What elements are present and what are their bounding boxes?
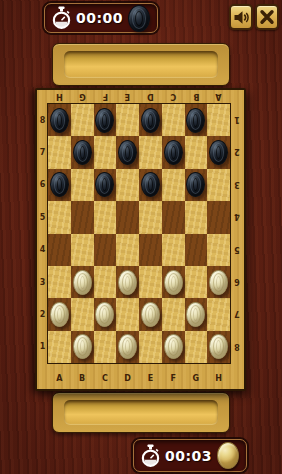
top-player-timer: 00:00 xyxy=(76,10,123,26)
light-piece-f3[interactable] xyxy=(164,270,183,295)
checkers-game-screen: 00:00 HGFEDCBA ABCDEFGH 87654321 1234567… xyxy=(0,0,282,474)
square-e7[interactable] xyxy=(139,136,162,168)
square-e1[interactable] xyxy=(139,331,162,363)
file-label: G xyxy=(71,90,94,103)
dark-piece-f7[interactable] xyxy=(164,140,183,165)
square-d8[interactable] xyxy=(116,104,139,136)
piece-ring xyxy=(57,114,62,127)
dark-piece-e6[interactable] xyxy=(141,172,160,197)
rank-labels-right: 12345678 xyxy=(230,104,244,363)
square-g2[interactable] xyxy=(185,298,208,330)
square-h5[interactable] xyxy=(207,201,230,233)
dark-piece-e8[interactable] xyxy=(141,108,160,133)
file-label: F xyxy=(94,90,117,103)
square-g3[interactable] xyxy=(185,266,208,298)
square-b8[interactable] xyxy=(71,104,94,136)
square-e3[interactable] xyxy=(139,266,162,298)
rank-label: 8 xyxy=(37,104,48,136)
dark-piece-a6[interactable] xyxy=(50,172,69,197)
square-b1[interactable] xyxy=(71,331,94,363)
rank-labels-left: 87654321 xyxy=(37,104,48,363)
file-label: A xyxy=(207,90,230,103)
square-c3[interactable] xyxy=(94,266,117,298)
piece-ring xyxy=(80,276,85,289)
square-a1[interactable] xyxy=(48,331,71,363)
square-b4[interactable] xyxy=(71,234,94,266)
square-g8[interactable] xyxy=(185,104,208,136)
dark-piece-g8[interactable] xyxy=(186,108,205,133)
square-e2[interactable] xyxy=(139,298,162,330)
rank-label: 4 xyxy=(230,201,244,233)
bottom-player-piece-indicator xyxy=(217,442,239,469)
piece-ring xyxy=(125,276,130,289)
piece-ring xyxy=(171,276,176,289)
square-f5[interactable] xyxy=(162,201,185,233)
square-a2[interactable] xyxy=(48,298,71,330)
square-g5[interactable] xyxy=(185,201,208,233)
rank-label: 5 xyxy=(230,234,244,266)
piece-ring xyxy=(80,340,85,353)
file-label: D xyxy=(116,368,139,389)
file-labels-top: HGFEDCBA xyxy=(48,90,230,103)
piece-ring xyxy=(224,448,232,463)
dark-piece-c8[interactable] xyxy=(95,108,114,133)
square-b5[interactable] xyxy=(71,201,94,233)
file-label: F xyxy=(162,368,185,389)
square-d3[interactable] xyxy=(116,266,139,298)
square-e5[interactable] xyxy=(139,201,162,233)
piece-ring xyxy=(57,308,62,321)
square-g7[interactable] xyxy=(185,136,208,168)
square-b7[interactable] xyxy=(71,136,94,168)
board-grid xyxy=(48,104,230,363)
stopwatch-icon xyxy=(141,444,160,468)
file-label: H xyxy=(207,368,230,389)
square-d6[interactable] xyxy=(116,169,139,201)
square-g1[interactable] xyxy=(185,331,208,363)
square-e6[interactable] xyxy=(139,169,162,201)
sound-button[interactable] xyxy=(229,4,253,30)
rank-label: 5 xyxy=(37,201,48,233)
dark-piece-d7[interactable] xyxy=(118,140,137,165)
square-c8[interactable] xyxy=(94,104,117,136)
dark-piece-h7[interactable] xyxy=(209,140,228,165)
top-player-piece-indicator xyxy=(128,5,150,32)
light-piece-c2[interactable] xyxy=(95,302,114,327)
piece-ring xyxy=(171,146,176,159)
square-a6[interactable] xyxy=(48,169,71,201)
piece-ring xyxy=(171,340,176,353)
bottom-player-timer: 00:03 xyxy=(165,448,212,464)
rank-label: 3 xyxy=(37,266,48,298)
square-h3[interactable] xyxy=(207,266,230,298)
rank-label: 2 xyxy=(37,298,48,330)
square-h1[interactable] xyxy=(207,331,230,363)
light-piece-h1[interactable] xyxy=(209,334,228,359)
file-label: D xyxy=(139,90,162,103)
light-piece-g2[interactable] xyxy=(186,302,205,327)
square-f7[interactable] xyxy=(162,136,185,168)
square-h2[interactable] xyxy=(207,298,230,330)
square-c6[interactable] xyxy=(94,169,117,201)
square-a7[interactable] xyxy=(48,136,71,168)
light-piece-a2[interactable] xyxy=(50,302,69,327)
square-e4[interactable] xyxy=(139,234,162,266)
square-g4[interactable] xyxy=(185,234,208,266)
rank-label: 7 xyxy=(230,298,244,330)
square-d1[interactable] xyxy=(116,331,139,363)
file-label: C xyxy=(162,90,185,103)
file-label: G xyxy=(185,368,208,389)
speaker-icon xyxy=(233,9,250,26)
rank-label: 8 xyxy=(230,331,244,363)
square-b6[interactable] xyxy=(71,169,94,201)
bottom-player-panel: 00:03 xyxy=(133,439,247,472)
rank-label: 1 xyxy=(230,104,244,136)
square-a4[interactable] xyxy=(48,234,71,266)
square-d7[interactable] xyxy=(116,136,139,168)
rank-label: 6 xyxy=(230,266,244,298)
file-label: H xyxy=(48,90,71,103)
square-d5[interactable] xyxy=(116,201,139,233)
rank-label: 3 xyxy=(230,169,244,201)
square-a8[interactable] xyxy=(48,104,71,136)
square-f6[interactable] xyxy=(162,169,185,201)
square-f1[interactable] xyxy=(162,331,185,363)
dark-piece-c6[interactable] xyxy=(95,172,114,197)
square-c4[interactable] xyxy=(94,234,117,266)
square-h6[interactable] xyxy=(207,169,230,201)
bottom-capture-tray xyxy=(52,392,230,433)
file-label: B xyxy=(71,368,94,389)
rank-label: 1 xyxy=(37,331,48,363)
square-b2[interactable] xyxy=(71,298,94,330)
piece-ring xyxy=(148,308,153,321)
square-g6[interactable] xyxy=(185,169,208,201)
light-piece-f1[interactable] xyxy=(164,334,183,359)
tray-groove xyxy=(64,400,218,425)
dark-piece-a8[interactable] xyxy=(50,108,69,133)
square-h7[interactable] xyxy=(207,136,230,168)
rank-label: 4 xyxy=(37,234,48,266)
light-piece-b3[interactable] xyxy=(73,270,92,295)
light-piece-h3[interactable] xyxy=(209,270,228,295)
file-label: A xyxy=(48,368,71,389)
tray-groove xyxy=(64,51,218,78)
square-a3[interactable] xyxy=(48,266,71,298)
square-d2[interactable] xyxy=(116,298,139,330)
file-label: C xyxy=(94,368,117,389)
rank-label: 7 xyxy=(37,136,48,168)
square-f8[interactable] xyxy=(162,104,185,136)
square-c5[interactable] xyxy=(94,201,117,233)
dark-piece-b7[interactable] xyxy=(73,140,92,165)
piece-ring xyxy=(80,146,85,159)
light-piece-d1[interactable] xyxy=(118,334,137,359)
file-label: B xyxy=(185,90,208,103)
piece-ring xyxy=(148,114,153,127)
piece-ring xyxy=(216,276,221,289)
file-label: E xyxy=(116,90,139,103)
square-f2[interactable] xyxy=(162,298,185,330)
square-b3[interactable] xyxy=(71,266,94,298)
rank-label: 2 xyxy=(230,136,244,168)
close-button[interactable] xyxy=(255,4,279,30)
piece-ring xyxy=(135,11,143,26)
stopwatch-icon xyxy=(52,6,71,30)
checkers-board: HGFEDCBA ABCDEFGH 87654321 12345678 xyxy=(35,88,246,391)
square-f3[interactable] xyxy=(162,266,185,298)
rank-label: 6 xyxy=(37,169,48,201)
square-c2[interactable] xyxy=(94,298,117,330)
file-label: E xyxy=(139,368,162,389)
light-piece-d3[interactable] xyxy=(118,270,137,295)
dark-piece-g6[interactable] xyxy=(186,172,205,197)
square-c1[interactable] xyxy=(94,331,117,363)
close-icon xyxy=(259,9,275,25)
top-player-panel: 00:00 xyxy=(44,3,158,33)
square-d4[interactable] xyxy=(116,234,139,266)
file-labels-bottom: ABCDEFGH xyxy=(48,368,230,389)
top-capture-tray xyxy=(52,43,230,86)
square-h4[interactable] xyxy=(207,234,230,266)
square-a5[interactable] xyxy=(48,201,71,233)
light-piece-e2[interactable] xyxy=(141,302,160,327)
square-e8[interactable] xyxy=(139,104,162,136)
square-h8[interactable] xyxy=(207,104,230,136)
square-c7[interactable] xyxy=(94,136,117,168)
square-f4[interactable] xyxy=(162,234,185,266)
light-piece-b1[interactable] xyxy=(73,334,92,359)
